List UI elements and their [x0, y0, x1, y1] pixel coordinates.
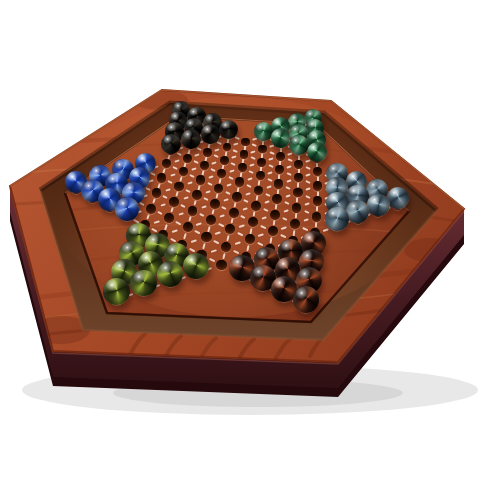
chinese-checkers-board — [0, 0, 500, 500]
playfield-tint — [55, 97, 419, 317]
chinese-checkers-product-photo — [0, 0, 500, 500]
